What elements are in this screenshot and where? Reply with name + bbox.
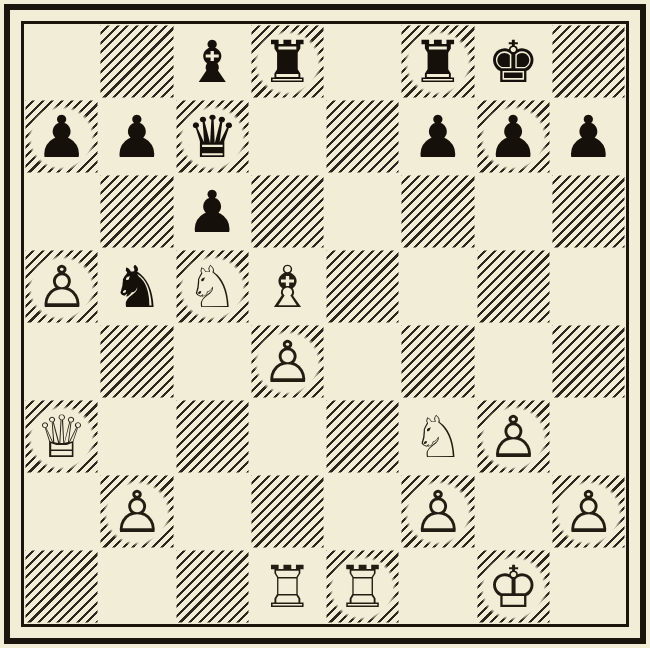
square-c8: ♝ [175,24,250,99]
square-b1 [99,549,174,624]
square-a6 [24,174,99,249]
black-pawn-b7: ♟ [99,99,174,174]
square-d2 [250,474,325,549]
square-h7: ♟ [551,99,626,174]
white-knight-c5: ♘ [175,249,250,324]
square-a4 [24,324,99,399]
square-g3: ♙ [476,399,551,474]
square-h1 [551,549,626,624]
square-e4 [325,324,400,399]
square-a8 [24,24,99,99]
black-rook-d8: ♜ [250,24,325,99]
square-a1 [24,549,99,624]
square-b6 [99,174,174,249]
board-inner-border: ♝♜♜♚♟♟♛♟♟♟♟♙♞♘♗♙♕♘♙♙♙♙♖♖♔ [21,21,629,627]
square-e8 [325,24,400,99]
square-c7: ♛ [175,99,250,174]
square-f5 [400,249,475,324]
square-g7: ♟ [476,99,551,174]
black-rook-f8: ♜ [400,24,475,99]
square-b3 [99,399,174,474]
square-f8: ♜ [400,24,475,99]
square-d1: ♖ [250,549,325,624]
white-rook-e1: ♖ [325,549,400,624]
white-pawn-a5: ♙ [24,249,99,324]
square-h2: ♙ [551,474,626,549]
square-h6 [551,174,626,249]
square-g8: ♚ [476,24,551,99]
square-f6 [400,174,475,249]
black-king-g8: ♚ [476,24,551,99]
square-g5 [476,249,551,324]
square-e3 [325,399,400,474]
square-f1 [400,549,475,624]
square-f4 [400,324,475,399]
square-c1 [175,549,250,624]
square-d5: ♗ [250,249,325,324]
black-pawn-a7: ♟ [24,99,99,174]
square-b4 [99,324,174,399]
square-g1: ♔ [476,549,551,624]
square-b2: ♙ [99,474,174,549]
square-a7: ♟ [24,99,99,174]
white-king-g1: ♔ [476,549,551,624]
square-c5: ♘ [175,249,250,324]
square-f7: ♟ [400,99,475,174]
white-rook-d1: ♖ [250,549,325,624]
square-c4 [175,324,250,399]
square-g4 [476,324,551,399]
square-c2 [175,474,250,549]
square-h8 [551,24,626,99]
square-b5: ♞ [99,249,174,324]
black-pawn-f7: ♟ [400,99,475,174]
chess-board: ♝♜♜♚♟♟♛♟♟♟♟♙♞♘♗♙♕♘♙♙♙♙♖♖♔ [24,24,626,624]
square-d8: ♜ [250,24,325,99]
square-c6: ♟ [175,174,250,249]
white-pawn-g3: ♙ [476,399,551,474]
white-pawn-f2: ♙ [400,474,475,549]
square-d4: ♙ [250,324,325,399]
square-f2: ♙ [400,474,475,549]
white-queen-a3: ♕ [24,399,99,474]
square-b8 [99,24,174,99]
black-bishop-c8: ♝ [175,24,250,99]
white-pawn-b2: ♙ [99,474,174,549]
square-h3 [551,399,626,474]
square-b7: ♟ [99,99,174,174]
white-pawn-h2: ♙ [551,474,626,549]
black-pawn-c6: ♟ [175,174,250,249]
square-e6 [325,174,400,249]
square-d3 [250,399,325,474]
square-a2 [24,474,99,549]
square-h4 [551,324,626,399]
square-a5: ♙ [24,249,99,324]
square-e1: ♖ [325,549,400,624]
diagram-outer-border: ♝♜♜♚♟♟♛♟♟♟♟♙♞♘♗♙♕♘♙♙♙♙♖♖♔ [4,4,646,644]
square-h5 [551,249,626,324]
white-knight-f3: ♘ [400,399,475,474]
white-pawn-d4: ♙ [250,324,325,399]
square-c3 [175,399,250,474]
square-g2 [476,474,551,549]
black-pawn-h7: ♟ [551,99,626,174]
square-a3: ♕ [24,399,99,474]
square-d7 [250,99,325,174]
square-g6 [476,174,551,249]
white-bishop-d5: ♗ [250,249,325,324]
black-pawn-g7: ♟ [476,99,551,174]
square-f3: ♘ [400,399,475,474]
square-e2 [325,474,400,549]
square-d6 [250,174,325,249]
square-e7 [325,99,400,174]
square-e5 [325,249,400,324]
black-queen-c7: ♛ [175,99,250,174]
black-knight-b5: ♞ [99,249,174,324]
